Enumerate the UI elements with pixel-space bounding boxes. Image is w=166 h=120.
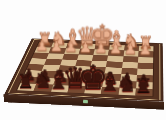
white-pawn[interactable]: ♟ bbox=[65, 39, 78, 54]
clasp-icon bbox=[83, 100, 88, 104]
square-r1c6[interactable]: ♟ bbox=[123, 51, 138, 57]
board-grid: ♜♞♝♛♚♝♞♜♟♟♟♟♟♟♟♟♟♟♟♟♟♟♟♟♜♞♝♛♚♝♞♜ bbox=[16, 42, 154, 97]
black-knight[interactable]: ♞ bbox=[117, 73, 137, 95]
white-pawn[interactable]: ♟ bbox=[109, 41, 122, 56]
square-r1c4[interactable]: ♟ bbox=[93, 49, 109, 55]
black-rook[interactable]: ♜ bbox=[135, 76, 153, 96]
white-pawn[interactable]: ♟ bbox=[139, 42, 152, 57]
square-r7c7[interactable]: ♜ bbox=[135, 88, 152, 96]
white-pawn[interactable]: ♟ bbox=[94, 40, 107, 55]
square-r1c5[interactable]: ♟ bbox=[108, 50, 124, 56]
chess-board: ♜♞♝♛♚♝♞♜♟♟♟♟♟♟♟♟♟♟♟♟♟♟♟♟♜♞♝♛♚♝♞♜ bbox=[4, 38, 163, 101]
chess-set-photo: ♜♞♝♛♚♝♞♜♟♟♟♟♟♟♟♟♟♟♟♟♟♟♟♟♜♞♝♛♚♝♞♜ bbox=[0, 0, 166, 120]
white-pawn[interactable]: ♟ bbox=[124, 42, 137, 57]
square-r7c6[interactable]: ♞ bbox=[118, 88, 136, 96]
square-r1c7[interactable]: ♟ bbox=[138, 51, 153, 57]
white-pawn[interactable]: ♟ bbox=[35, 38, 48, 53]
board-frame: ♜♞♝♛♚♝♞♜♟♟♟♟♟♟♟♟♟♟♟♟♟♟♟♟♜♞♝♛♚♝♞♜ bbox=[4, 38, 163, 101]
white-pawn[interactable]: ♟ bbox=[50, 39, 63, 54]
white-pawn[interactable]: ♟ bbox=[79, 40, 92, 55]
